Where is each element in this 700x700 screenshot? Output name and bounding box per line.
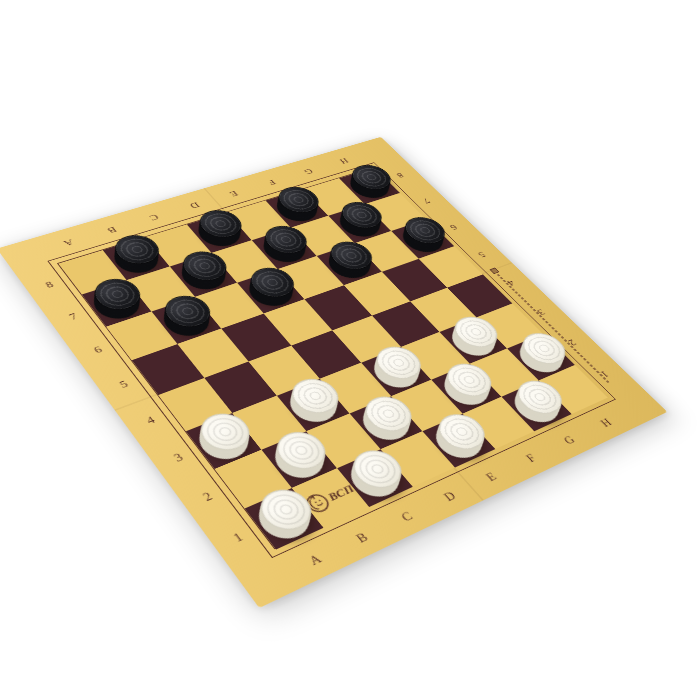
file-label-top-C: C: [128, 205, 181, 231]
file-label-bottom-D: D: [421, 478, 479, 516]
square-c1[interactable]: [337, 449, 413, 507]
file-label-bottom-H: H: [580, 406, 633, 439]
black-checker-a7[interactable]: [86, 283, 147, 324]
checker-top-rings: [368, 341, 430, 384]
file-label-bottom-F: F: [503, 441, 558, 477]
file-label-top-A: A: [41, 229, 96, 256]
file-label-bottom-E: E: [463, 459, 520, 496]
checker-top-rings: [323, 237, 381, 274]
file-label-top-G: G: [284, 160, 332, 183]
playing-grid: ВСП: [57, 167, 607, 549]
photo-canvas: ВСП AA11BB22CC33DD44EE55FF66GG77HH88: [0, 0, 700, 700]
file-label-top-E: E: [209, 182, 259, 206]
file-label-bottom-B: B: [331, 518, 393, 559]
file-label-bottom-A: A: [283, 539, 347, 582]
rank-label-left-8: 8: [24, 265, 75, 305]
white-checker-d2[interactable]: [354, 399, 418, 446]
file-label-bottom-C: C: [377, 497, 437, 537]
checkers-board-mat: ВСП AA11BB22CC33DD44EE55FF66GG77HH88: [0, 137, 667, 608]
file-label-bottom-G: G: [542, 423, 596, 458]
